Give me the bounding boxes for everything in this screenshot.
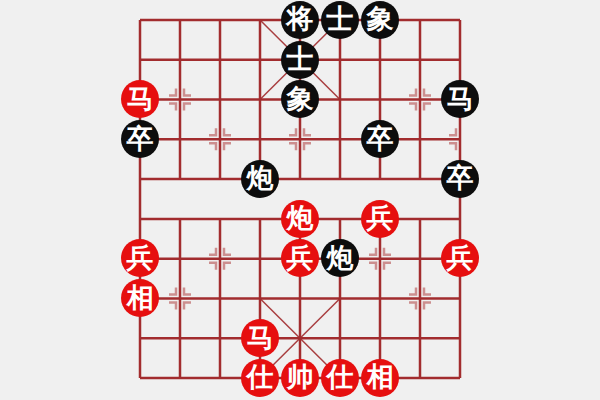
piece-black-cannon[interactable]: 炮: [241, 160, 279, 198]
piece-black-elephant[interactable]: 象: [361, 1, 399, 39]
piece-red-horse[interactable]: 马: [121, 80, 159, 118]
piece-red-advisor[interactable]: 仕: [241, 359, 279, 397]
piece-red-cannon[interactable]: 炮: [281, 200, 319, 238]
piece-red-soldier[interactable]: 兵: [121, 239, 159, 277]
pieces-grid[interactable]: 将士象士象马卒卒炮卒炮马炮兵兵兵兵相马仕帅仕相: [120, 0, 480, 398]
piece-red-elephant[interactable]: 相: [121, 279, 159, 317]
piece-red-horse[interactable]: 马: [241, 319, 279, 357]
piece-black-advisor[interactable]: 士: [281, 41, 319, 79]
piece-black-horse[interactable]: 马: [441, 80, 479, 118]
piece-black-cannon[interactable]: 炮: [321, 239, 359, 277]
piece-red-general[interactable]: 帅: [281, 359, 319, 397]
piece-black-elephant[interactable]: 象: [281, 80, 319, 118]
piece-red-advisor[interactable]: 仕: [321, 359, 359, 397]
piece-black-soldier[interactable]: 卒: [121, 120, 159, 158]
piece-red-soldier[interactable]: 兵: [281, 239, 319, 277]
piece-red-soldier[interactable]: 兵: [361, 200, 399, 238]
piece-black-soldier[interactable]: 卒: [441, 160, 479, 198]
piece-red-elephant[interactable]: 相: [361, 359, 399, 397]
piece-black-soldier[interactable]: 卒: [361, 120, 399, 158]
piece-black-advisor[interactable]: 士: [321, 1, 359, 39]
piece-red-soldier[interactable]: 兵: [441, 239, 479, 277]
xiangqi-board[interactable]: 将士象士象马卒卒炮卒炮马炮兵兵兵兵相马仕帅仕相: [0, 0, 600, 400]
piece-black-general[interactable]: 将: [281, 1, 319, 39]
